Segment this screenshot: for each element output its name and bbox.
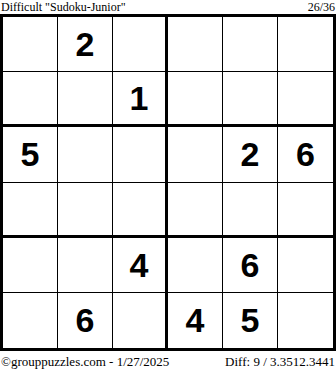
cell-r4c4-empty[interactable]: [168, 183, 223, 238]
cell-r6c2-given: 6: [58, 293, 113, 348]
cell-r6c4-given: 4: [168, 293, 223, 348]
cell-r2c4-empty[interactable]: [168, 72, 223, 127]
cell-r1c3-empty[interactable]: [113, 17, 168, 72]
cell-r2c6-empty[interactable]: [278, 72, 333, 127]
cell-r1c5-empty[interactable]: [223, 17, 278, 72]
cell-r3c2-empty[interactable]: [58, 127, 113, 182]
cell-r1c1-empty[interactable]: [3, 17, 58, 72]
cell-r5c5-given: 6: [223, 238, 278, 293]
cell-r3c6-given: 6: [278, 127, 333, 182]
header: Difficult "Sudoku-Junior" 26/36: [0, 0, 336, 14]
cell-r4c5-empty[interactable]: [223, 183, 278, 238]
cell-r2c3-given: 1: [113, 72, 168, 127]
puzzle-counter: 26/36: [308, 1, 336, 14]
footer: ©grouppuzzles.com - 1/27/2025 Diff: 9 / …: [0, 351, 336, 370]
puzzle-title: Difficult "Sudoku-Junior": [0, 1, 126, 14]
cell-r3c3-empty[interactable]: [113, 127, 168, 182]
cell-r2c2-empty[interactable]: [58, 72, 113, 127]
cell-r6c6-empty[interactable]: [278, 293, 333, 348]
cell-r3c5-given: 2: [223, 127, 278, 182]
cell-r5c1-empty[interactable]: [3, 238, 58, 293]
cell-r4c2-empty[interactable]: [58, 183, 113, 238]
puzzle-page: Difficult "Sudoku-Junior" 26/36 21526466…: [0, 0, 336, 370]
cell-r5c3-given: 4: [113, 238, 168, 293]
cell-r3c1-given: 5: [3, 127, 58, 182]
cell-r4c6-empty[interactable]: [278, 183, 333, 238]
cell-r5c6-empty[interactable]: [278, 238, 333, 293]
copyright-text: ©grouppuzzles.com - 1/27/2025: [0, 354, 169, 370]
cell-r1c2-given: 2: [58, 17, 113, 72]
difficulty-text: Diff: 9 / 3.3512.3441: [225, 354, 336, 370]
cell-r1c4-empty[interactable]: [168, 17, 223, 72]
cell-r3c4-empty[interactable]: [168, 127, 223, 182]
cell-r5c2-empty[interactable]: [58, 238, 113, 293]
cell-r6c5-given: 5: [223, 293, 278, 348]
cell-r6c1-empty[interactable]: [3, 293, 58, 348]
cell-r1c6-empty[interactable]: [278, 17, 333, 72]
sudoku-board: 2152646645: [0, 14, 336, 351]
cell-r4c1-empty[interactable]: [3, 183, 58, 238]
cell-r4c3-empty[interactable]: [113, 183, 168, 238]
cell-r5c4-empty[interactable]: [168, 238, 223, 293]
cell-r2c1-empty[interactable]: [3, 72, 58, 127]
cell-r6c3-empty[interactable]: [113, 293, 168, 348]
cell-r2c5-empty[interactable]: [223, 72, 278, 127]
